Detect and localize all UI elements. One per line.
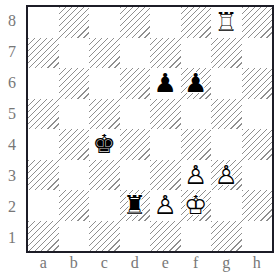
square-a7[interactable]: [28, 38, 59, 69]
rank-label-4: 4: [2, 129, 22, 160]
square-d5[interactable]: [120, 99, 151, 130]
chess-board: ♜♖♟♟♚♟♙♟♙♜♟♙♚♔: [26, 5, 274, 253]
file-label-a: a: [28, 251, 59, 275]
file-label-h: h: [242, 251, 273, 275]
square-f3[interactable]: ♟♙: [181, 160, 212, 191]
square-d3[interactable]: [120, 160, 151, 191]
square-b4[interactable]: [59, 129, 90, 160]
file-label-b: b: [59, 251, 90, 275]
piece-white-pawn[interactable]: ♟♙: [150, 190, 181, 221]
square-e4[interactable]: [150, 129, 181, 160]
square-h1[interactable]: [242, 221, 273, 252]
square-c6[interactable]: [89, 68, 120, 99]
square-a6[interactable]: [28, 68, 59, 99]
piece-white-pawn[interactable]: ♟♙: [211, 160, 242, 191]
square-h2[interactable]: [242, 190, 273, 221]
file-label-c: c: [89, 251, 120, 275]
square-f6[interactable]: ♟: [181, 68, 212, 99]
piece-black-pawn[interactable]: ♟: [181, 68, 212, 99]
rank-label-2: 2: [2, 191, 22, 222]
square-b3[interactable]: [59, 160, 90, 191]
square-c1[interactable]: [89, 221, 120, 252]
square-b7[interactable]: [59, 38, 90, 69]
square-g7[interactable]: [211, 38, 242, 69]
square-d8[interactable]: [120, 7, 151, 38]
rank-label-5: 5: [2, 98, 22, 129]
square-d7[interactable]: [120, 38, 151, 69]
square-e5[interactable]: [150, 99, 181, 130]
file-labels: abcdefgh: [26, 251, 274, 275]
square-e1[interactable]: [150, 221, 181, 252]
square-c8[interactable]: [89, 7, 120, 38]
square-c4[interactable]: ♚: [89, 129, 120, 160]
square-g5[interactable]: [211, 99, 242, 130]
square-f7[interactable]: [181, 38, 212, 69]
square-f4[interactable]: [181, 129, 212, 160]
rank-label-8: 8: [2, 5, 22, 36]
square-e8[interactable]: [150, 7, 181, 38]
square-c5[interactable]: [89, 99, 120, 130]
chess-diagram: 87654321 ♜♖♟♟♚♟♙♟♙♜♟♙♚♔ abcdefgh: [0, 0, 279, 280]
square-b2[interactable]: [59, 190, 90, 221]
square-a4[interactable]: [28, 129, 59, 160]
file-label-f: f: [181, 251, 212, 275]
square-f8[interactable]: [181, 7, 212, 38]
piece-white-pawn[interactable]: ♟♙: [181, 160, 212, 191]
rank-label-3: 3: [2, 160, 22, 191]
square-b8[interactable]: [59, 7, 90, 38]
square-g3[interactable]: ♟♙: [211, 160, 242, 191]
square-c7[interactable]: [89, 38, 120, 69]
rank-label-1: 1: [2, 222, 22, 253]
square-b1[interactable]: [59, 221, 90, 252]
rank-label-6: 6: [2, 67, 22, 98]
file-label-d: d: [120, 251, 151, 275]
rank-label-7: 7: [2, 36, 22, 67]
square-e7[interactable]: [150, 38, 181, 69]
square-a1[interactable]: [28, 221, 59, 252]
square-f2[interactable]: ♚♔: [181, 190, 212, 221]
square-a5[interactable]: [28, 99, 59, 130]
square-a2[interactable]: [28, 190, 59, 221]
piece-black-pawn[interactable]: ♟: [150, 68, 181, 99]
square-g8[interactable]: ♜♖: [211, 7, 242, 38]
square-c3[interactable]: [89, 160, 120, 191]
square-b5[interactable]: [59, 99, 90, 130]
square-b6[interactable]: [59, 68, 90, 99]
piece-black-rook[interactable]: ♜: [120, 190, 151, 221]
square-d6[interactable]: [120, 68, 151, 99]
square-g2[interactable]: [211, 190, 242, 221]
square-g1[interactable]: [211, 221, 242, 252]
square-e2[interactable]: ♟♙: [150, 190, 181, 221]
square-c2[interactable]: [89, 190, 120, 221]
piece-black-king[interactable]: ♚: [89, 129, 120, 160]
square-d4[interactable]: [120, 129, 151, 160]
file-label-g: g: [211, 251, 242, 275]
square-h5[interactable]: [242, 99, 273, 130]
square-h4[interactable]: [242, 129, 273, 160]
piece-white-rook[interactable]: ♜♖: [211, 7, 242, 38]
piece-white-king[interactable]: ♚♔: [181, 190, 212, 221]
square-d1[interactable]: [120, 221, 151, 252]
square-h6[interactable]: [242, 68, 273, 99]
square-h3[interactable]: [242, 160, 273, 191]
square-f5[interactable]: [181, 99, 212, 130]
square-f1[interactable]: [181, 221, 212, 252]
square-h7[interactable]: [242, 38, 273, 69]
square-e6[interactable]: ♟: [150, 68, 181, 99]
square-h8[interactable]: [242, 7, 273, 38]
square-g4[interactable]: [211, 129, 242, 160]
rank-labels: 87654321: [2, 5, 22, 253]
square-a8[interactable]: [28, 7, 59, 38]
square-a3[interactable]: [28, 160, 59, 191]
file-label-e: e: [150, 251, 181, 275]
square-d2[interactable]: ♜: [120, 190, 151, 221]
square-g6[interactable]: [211, 68, 242, 99]
square-e3[interactable]: [150, 160, 181, 191]
